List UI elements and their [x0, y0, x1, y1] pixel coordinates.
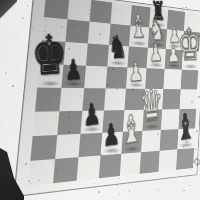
black-bishop-icon: ♝ [175, 109, 195, 147]
black-pawn-icon: ♟ [82, 99, 101, 130]
black-king-icon: ♚ [30, 29, 67, 85]
board-field: ♜♝♞♟♞♟♟♚♚♟♟♟♛♟♝♝ [28, 0, 200, 186]
black-pawn-icon: ♟ [101, 120, 120, 152]
square-c1[interactable] [77, 155, 101, 180]
square-g5[interactable] [163, 69, 181, 89]
board-photo: ♜♝♞♟♞♟♟♚♚♟♟♟♛♟♝♝ Overhead grayscale phot… [0, 0, 200, 200]
black-knight-icon: ♞ [107, 31, 127, 63]
square-f1[interactable] [140, 151, 160, 174]
table-edge-shadow-top-left [0, 0, 17, 21]
chess-board: ♜♝♞♟♞♟♟♚♚♟♟♟♛♟♝♝ [28, 0, 200, 186]
white-queen-icon: ♛ [138, 83, 164, 128]
square-g1[interactable] [158, 149, 177, 171]
white-king-icon: ♚ [176, 23, 200, 67]
square-b1[interactable] [53, 157, 78, 183]
white-pawn-icon: ♟ [148, 41, 163, 65]
square-b3[interactable] [57, 111, 82, 135]
white-bishop-icon: ♝ [128, 12, 148, 44]
square-a2[interactable] [30, 135, 57, 161]
square-d5[interactable] [106, 67, 128, 89]
square-e1[interactable] [120, 152, 141, 176]
square-b8[interactable] [67, 0, 91, 22]
square-a3[interactable] [33, 111, 60, 136]
square-a4[interactable] [35, 88, 61, 112]
square-c2[interactable] [79, 133, 103, 157]
square-f2[interactable] [141, 130, 161, 152]
square-c8[interactable] [90, 0, 113, 24]
square-c5[interactable] [84, 66, 107, 89]
square-d1[interactable] [99, 154, 122, 178]
square-a1[interactable] [28, 159, 55, 186]
square-h1[interactable] [176, 148, 194, 170]
square-b2[interactable] [55, 134, 80, 159]
square-h5[interactable] [181, 70, 198, 90]
square-b4[interactable] [59, 88, 84, 111]
square-c6[interactable] [86, 43, 109, 66]
white-bishop-icon: ♝ [119, 110, 143, 151]
square-b7[interactable] [65, 19, 89, 43]
black-pawn-icon: ♟ [63, 56, 81, 85]
